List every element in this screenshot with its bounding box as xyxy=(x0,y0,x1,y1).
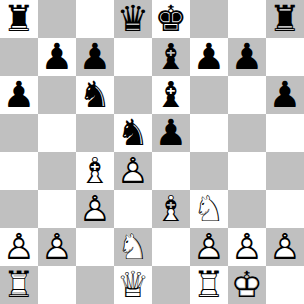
white-rook-fill: ♜ xyxy=(190,266,228,304)
square-a3[interactable] xyxy=(0,190,38,228)
white-knight-icon: ♘ xyxy=(190,190,228,228)
white-queen-fill: ♛ xyxy=(114,266,152,304)
square-h5[interactable] xyxy=(266,114,304,152)
white-pawn-icon: ♙ xyxy=(114,152,152,190)
square-d1[interactable]: ♛♕ xyxy=(114,266,152,304)
square-c4[interactable]: ♝♗ xyxy=(76,152,114,190)
square-h6[interactable]: ♟ xyxy=(266,76,304,114)
square-a6[interactable]: ♟ xyxy=(0,76,38,114)
square-e4[interactable] xyxy=(152,152,190,190)
square-a1[interactable]: ♜♖ xyxy=(0,266,38,304)
white-pawn-fill: ♟ xyxy=(266,228,304,266)
square-b3[interactable] xyxy=(38,190,76,228)
square-e6[interactable]: ♝ xyxy=(152,76,190,114)
black-knight-icon: ♞ xyxy=(76,76,114,114)
square-c3[interactable]: ♟♙ xyxy=(76,190,114,228)
square-b1[interactable] xyxy=(38,266,76,304)
square-e3[interactable]: ♝♗ xyxy=(152,190,190,228)
black-pawn-icon: ♟ xyxy=(0,76,38,114)
square-f4[interactable] xyxy=(190,152,228,190)
black-pawn-icon: ♟ xyxy=(152,114,190,152)
square-c1[interactable] xyxy=(76,266,114,304)
square-h2[interactable]: ♟♙ xyxy=(266,228,304,266)
white-rook-icon: ♖ xyxy=(0,266,38,304)
black-knight-icon: ♞ xyxy=(114,114,152,152)
square-f7[interactable]: ♟ xyxy=(190,38,228,76)
white-pawn-icon: ♙ xyxy=(76,190,114,228)
black-pawn-icon: ♟ xyxy=(266,76,304,114)
square-b5[interactable] xyxy=(38,114,76,152)
white-bishop-fill: ♝ xyxy=(152,190,190,228)
square-c6[interactable]: ♞ xyxy=(76,76,114,114)
square-h8[interactable]: ♜ xyxy=(266,0,304,38)
black-bishop-icon: ♝ xyxy=(152,38,190,76)
white-pawn-icon: ♙ xyxy=(228,228,266,266)
square-b4[interactable] xyxy=(38,152,76,190)
square-e2[interactable] xyxy=(152,228,190,266)
square-g3[interactable] xyxy=(228,190,266,228)
black-pawn-icon: ♟ xyxy=(228,38,266,76)
square-d6[interactable] xyxy=(114,76,152,114)
square-d7[interactable] xyxy=(114,38,152,76)
square-g5[interactable] xyxy=(228,114,266,152)
white-rook-icon: ♖ xyxy=(190,266,228,304)
white-rook-fill: ♜ xyxy=(0,266,38,304)
black-rook-icon: ♜ xyxy=(266,0,304,38)
black-bishop-icon: ♝ xyxy=(152,76,190,114)
square-d4[interactable]: ♟♙ xyxy=(114,152,152,190)
square-f1[interactable]: ♜♖ xyxy=(190,266,228,304)
square-d3[interactable] xyxy=(114,190,152,228)
white-pawn-fill: ♟ xyxy=(114,152,152,190)
white-pawn-fill: ♟ xyxy=(76,190,114,228)
white-knight-icon: ♘ xyxy=(114,228,152,266)
square-c5[interactable] xyxy=(76,114,114,152)
square-f5[interactable] xyxy=(190,114,228,152)
square-f2[interactable]: ♟♙ xyxy=(190,228,228,266)
white-knight-fill: ♞ xyxy=(190,190,228,228)
square-b7[interactable]: ♟ xyxy=(38,38,76,76)
square-g8[interactable] xyxy=(228,0,266,38)
square-f8[interactable] xyxy=(190,0,228,38)
square-d5[interactable]: ♞ xyxy=(114,114,152,152)
square-f3[interactable]: ♞♘ xyxy=(190,190,228,228)
square-g1[interactable]: ♚♔ xyxy=(228,266,266,304)
square-c8[interactable] xyxy=(76,0,114,38)
square-h4[interactable] xyxy=(266,152,304,190)
square-d8[interactable]: ♛ xyxy=(114,0,152,38)
square-h1[interactable] xyxy=(266,266,304,304)
white-pawn-fill: ♟ xyxy=(38,228,76,266)
white-pawn-icon: ♙ xyxy=(0,228,38,266)
square-f6[interactable] xyxy=(190,76,228,114)
square-g4[interactable] xyxy=(228,152,266,190)
square-e7[interactable]: ♝ xyxy=(152,38,190,76)
square-a4[interactable] xyxy=(0,152,38,190)
white-pawn-fill: ♟ xyxy=(190,228,228,266)
white-pawn-fill: ♟ xyxy=(0,228,38,266)
black-queen-icon: ♛ xyxy=(114,0,152,38)
square-b2[interactable]: ♟♙ xyxy=(38,228,76,266)
square-g7[interactable]: ♟ xyxy=(228,38,266,76)
square-b6[interactable] xyxy=(38,76,76,114)
white-bishop-icon: ♗ xyxy=(152,190,190,228)
square-e8[interactable]: ♚ xyxy=(152,0,190,38)
square-h7[interactable] xyxy=(266,38,304,76)
square-g6[interactable] xyxy=(228,76,266,114)
square-a7[interactable] xyxy=(0,38,38,76)
black-king-icon: ♚ xyxy=(152,0,190,38)
square-a5[interactable] xyxy=(0,114,38,152)
white-queen-icon: ♕ xyxy=(114,266,152,304)
square-g2[interactable]: ♟♙ xyxy=(228,228,266,266)
chess-board: ♜♛♚♜♟♟♝♟♟♟♞♝♟♞♟♝♗♟♙♟♙♝♗♞♘♟♙♟♙♞♘♟♙♟♙♟♙♜♖♛… xyxy=(0,0,304,304)
black-pawn-icon: ♟ xyxy=(76,38,114,76)
square-c2[interactable] xyxy=(76,228,114,266)
white-king-fill: ♚ xyxy=(228,266,266,304)
square-c7[interactable]: ♟ xyxy=(76,38,114,76)
square-e5[interactable]: ♟ xyxy=(152,114,190,152)
square-h3[interactable] xyxy=(266,190,304,228)
white-pawn-icon: ♙ xyxy=(266,228,304,266)
square-a2[interactable]: ♟♙ xyxy=(0,228,38,266)
white-king-icon: ♔ xyxy=(228,266,266,304)
black-rook-icon: ♜ xyxy=(0,0,38,38)
white-pawn-icon: ♙ xyxy=(38,228,76,266)
square-d2[interactable]: ♞♘ xyxy=(114,228,152,266)
square-e1[interactable] xyxy=(152,266,190,304)
black-pawn-icon: ♟ xyxy=(38,38,76,76)
square-b8[interactable] xyxy=(38,0,76,38)
square-a8[interactable]: ♜ xyxy=(0,0,38,38)
white-bishop-icon: ♗ xyxy=(76,152,114,190)
white-pawn-icon: ♙ xyxy=(190,228,228,266)
black-pawn-icon: ♟ xyxy=(190,38,228,76)
white-pawn-fill: ♟ xyxy=(228,228,266,266)
white-bishop-fill: ♝ xyxy=(76,152,114,190)
white-knight-fill: ♞ xyxy=(114,228,152,266)
